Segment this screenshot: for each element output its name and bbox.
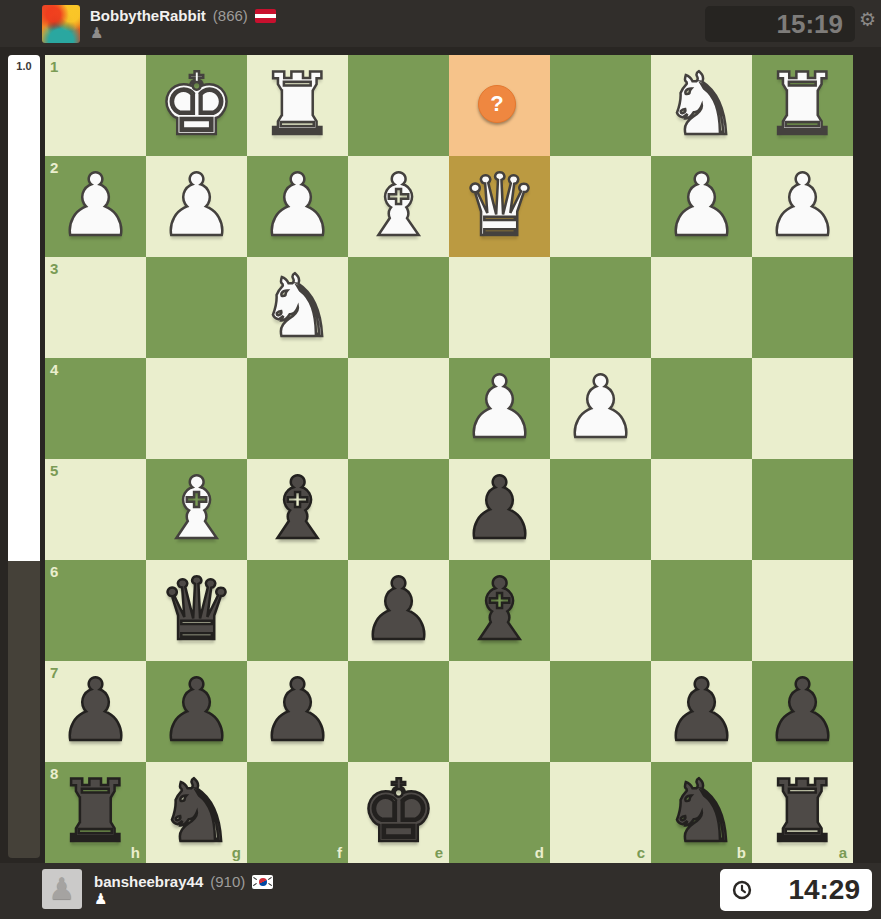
square-g6[interactable]: ♛ [146,560,247,661]
square-g3[interactable] [146,257,247,358]
piece-wP-f2[interactable]: ♟ [247,156,348,257]
rank-label-6: 6 [50,563,58,580]
evaluation-bar-white [8,55,40,561]
square-d6[interactable]: ♝ [449,560,550,661]
piece-wR-a1[interactable]: ♜ [752,55,853,156]
square-c5[interactable] [550,459,651,560]
rank-label-4: 4 [50,361,58,378]
square-g7[interactable]: ♟ [146,661,247,762]
square-c3[interactable] [550,257,651,358]
square-h3[interactable]: 3 [45,257,146,358]
square-c2[interactable] [550,156,651,257]
square-d8[interactable]: d [449,762,550,863]
piece-wP-d4[interactable]: ♟ [449,358,550,459]
square-f4[interactable] [247,358,348,459]
square-f3[interactable]: ♞ [247,257,348,358]
square-g1[interactable]: ♚ [146,55,247,156]
piece-bP-b7[interactable]: ♟ [651,661,752,762]
square-a3[interactable] [752,257,853,358]
file-label-f: f [337,844,342,861]
square-g4[interactable] [146,358,247,459]
square-h6[interactable]: 6 [45,560,146,661]
piece-bN-g8[interactable]: ♞ [146,762,247,863]
square-h4[interactable]: 4 [45,358,146,459]
square-a8[interactable]: a♜ [752,762,853,863]
square-c6[interactable] [550,560,651,661]
square-f6[interactable] [247,560,348,661]
square-e8[interactable]: e♚ [348,762,449,863]
austria-flag-icon [255,9,276,23]
piece-wK-g1[interactable]: ♚ [146,55,247,156]
top-player-clock: 15:19 [705,6,855,42]
piece-wQ-d2[interactable]: ♛ [449,156,550,257]
square-e7[interactable] [348,661,449,762]
square-g5[interactable]: ♝ [146,459,247,560]
bottom-player-clock: 14:29 [720,869,872,911]
square-b1[interactable]: ♞ [651,55,752,156]
piece-bP-e6[interactable]: ♟ [348,560,449,661]
square-b3[interactable] [651,257,752,358]
square-c7[interactable] [550,661,651,762]
avatar[interactable] [42,5,80,43]
chess-board[interactable]: 1♚♜♞♜2♟♟♟♝♛♟♟3♞4♟♟5♝♝♟6♛♟♝7♟♟♟♟♟8h♜g♞fe♚… [45,55,853,863]
piece-bB-f5[interactable]: ♝ [247,459,348,560]
piece-bB-d6[interactable]: ♝ [449,560,550,661]
rank-label-1: 1 [50,58,58,75]
player-name[interactable]: BobbytheRabbit [90,7,206,24]
square-c1[interactable] [550,55,651,156]
square-e3[interactable] [348,257,449,358]
piece-bP-g7[interactable]: ♟ [146,661,247,762]
evaluation-bar: 1.0 [8,55,40,858]
default-avatar-pawn-icon: ♟ [49,869,76,909]
player-rating: (910) [210,873,245,890]
captured-pawn-icon: ♟ [90,26,103,41]
top-player-bar: BobbytheRabbit (866) ♟ 15:19 ⚙ [0,0,881,47]
piece-wB-e2[interactable]: ♝ [348,156,449,257]
square-a5[interactable] [752,459,853,560]
square-f5[interactable]: ♝ [247,459,348,560]
piece-bP-h7[interactable]: ♟ [45,661,146,762]
square-f2[interactable]: ♟ [247,156,348,257]
square-a2[interactable]: ♟ [752,156,853,257]
square-a6[interactable] [752,560,853,661]
square-h1[interactable]: 1 [45,55,146,156]
square-g8[interactable]: g♞ [146,762,247,863]
piece-bN-b8[interactable]: ♞ [651,762,752,863]
piece-bR-a8[interactable]: ♜ [752,762,853,863]
player-name[interactable]: bansheebray44 [94,873,203,890]
piece-bR-h8[interactable]: ♜ [45,762,146,863]
file-label-c: c [637,844,645,861]
piece-bK-e8[interactable]: ♚ [348,762,449,863]
square-c8[interactable]: c [550,762,651,863]
square-d2[interactable]: ♛ [449,156,550,257]
square-d3[interactable] [449,257,550,358]
rank-label-3: 3 [50,260,58,277]
file-label-d: d [535,844,544,861]
square-h5[interactable]: 5 [45,459,146,560]
square-f1[interactable]: ♜ [247,55,348,156]
evaluation-value: 1.0 [8,60,40,72]
square-b5[interactable] [651,459,752,560]
square-a4[interactable] [752,358,853,459]
south-korea-flag-icon [252,875,273,889]
avatar[interactable]: ♟ [42,869,82,909]
square-e6[interactable]: ♟ [348,560,449,661]
square-b2[interactable]: ♟ [651,156,752,257]
piece-wN-f3[interactable]: ♞ [247,257,348,358]
square-b6[interactable] [651,560,752,661]
piece-wP-h2[interactable]: ♟ [45,156,146,257]
square-h2[interactable]: 2♟ [45,156,146,257]
square-b4[interactable] [651,358,752,459]
square-a7[interactable]: ♟ [752,661,853,762]
piece-wP-b2[interactable]: ♟ [651,156,752,257]
square-h8[interactable]: 8h♜ [45,762,146,863]
piece-wR-f1[interactable]: ♜ [247,55,348,156]
square-b8[interactable]: b♞ [651,762,752,863]
piece-bQ-g6[interactable]: ♛ [146,560,247,661]
square-f7[interactable]: ♟ [247,661,348,762]
piece-wP-a2[interactable]: ♟ [752,156,853,257]
captured-pawn-icon: ♟ [94,892,107,907]
square-d7[interactable] [449,661,550,762]
piece-bP-f7[interactable]: ♟ [247,661,348,762]
square-d4[interactable]: ♟ [449,358,550,459]
square-e4[interactable] [348,358,449,459]
square-h7[interactable]: 7♟ [45,661,146,762]
gear-icon[interactable]: ⚙ [859,8,876,30]
piece-bP-d5[interactable]: ♟ [449,459,550,560]
square-d5[interactable]: ♟ [449,459,550,560]
square-c4[interactable]: ♟ [550,358,651,459]
piece-wP-c4[interactable]: ♟ [550,358,651,459]
square-e2[interactable]: ♝ [348,156,449,257]
clock-time: 14:29 [752,874,860,906]
square-a1[interactable]: ♜ [752,55,853,156]
piece-wP-g2[interactable]: ♟ [146,156,247,257]
player-rating: (866) [213,7,248,24]
mistake-badge: ? [478,85,516,123]
clock-icon [732,880,752,900]
piece-bP-a7[interactable]: ♟ [752,661,853,762]
square-f8[interactable]: f [247,762,348,863]
square-e5[interactable] [348,459,449,560]
square-b7[interactable]: ♟ [651,661,752,762]
square-g2[interactable]: ♟ [146,156,247,257]
rank-label-5: 5 [50,462,58,479]
piece-wN-b1[interactable]: ♞ [651,55,752,156]
square-e1[interactable] [348,55,449,156]
piece-wB-g5[interactable]: ♝ [146,459,247,560]
